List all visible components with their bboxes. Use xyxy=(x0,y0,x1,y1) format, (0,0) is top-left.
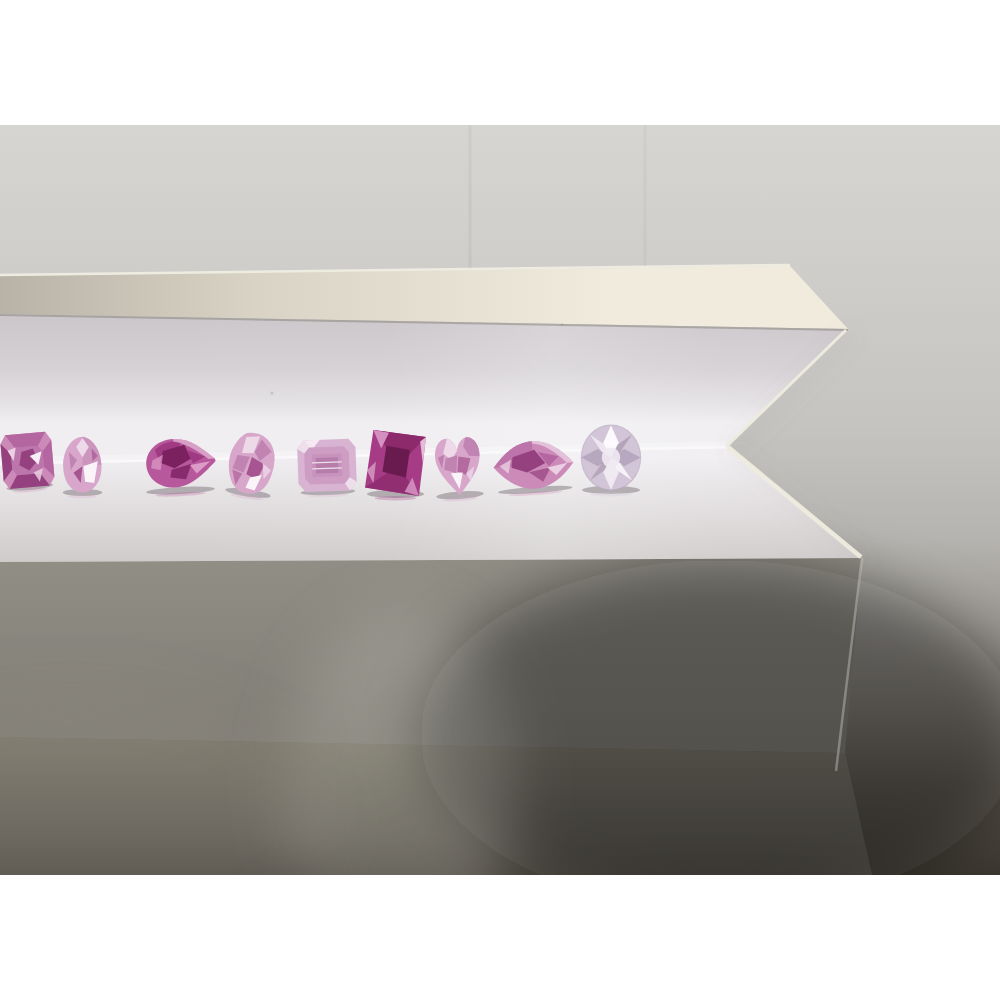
gem-7-heart xyxy=(429,430,488,502)
gem-4-cushion-svg xyxy=(222,427,283,502)
gem-4-cushion xyxy=(222,427,283,502)
gem-6-princess-svg xyxy=(363,427,428,499)
gem-9-round xyxy=(578,423,644,495)
gem-8-marquise-svg xyxy=(489,433,578,497)
gem-5-emerald-svg xyxy=(295,435,359,497)
gem-5-emerald xyxy=(295,435,359,497)
gem-row xyxy=(0,125,1000,875)
gem-6-princess-reflection xyxy=(375,496,417,500)
gem-8-marquise xyxy=(489,433,578,497)
gem-3-pear-svg xyxy=(138,429,219,497)
photo-gem-display xyxy=(0,125,1000,875)
gem-7-heart-svg xyxy=(429,430,488,502)
gem-9-round-reflection xyxy=(590,492,632,496)
gem-1-radiant-svg xyxy=(0,429,57,493)
letterbox-top xyxy=(0,0,1000,125)
gem-3-pear xyxy=(138,429,219,497)
gem-1-radiant xyxy=(0,429,57,493)
gem-2-pear-drop-reflection xyxy=(68,494,97,498)
gem-9-round-svg xyxy=(578,423,644,495)
gem-2-pear-drop xyxy=(60,433,105,497)
gem-2-pear-drop-svg xyxy=(60,433,105,497)
letterbox-bottom xyxy=(0,875,1000,1000)
gem-6-princess xyxy=(363,427,428,499)
gem-display-photo-page xyxy=(0,0,1000,1000)
